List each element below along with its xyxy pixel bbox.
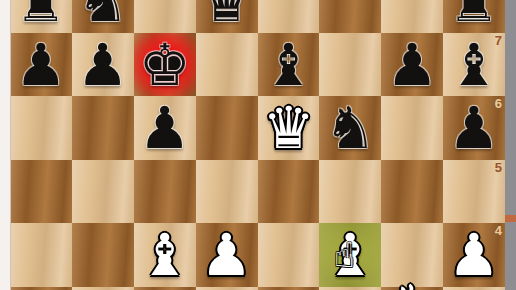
hand-cursor-icon: ☝ bbox=[334, 238, 355, 272]
white-queen[interactable]: ♛ bbox=[262, 99, 314, 157]
square-b6[interactable] bbox=[72, 96, 134, 159]
black-queen[interactable]: ♛ bbox=[201, 0, 253, 30]
black-rook[interactable]: ♜ bbox=[448, 0, 500, 30]
square-a6[interactable] bbox=[10, 96, 72, 159]
video-frame: ♜♞♛♜8♟♟♚♝♟♝7♟♛♞♟65♝♟♝♟4♞321 ☝ bbox=[0, 0, 516, 290]
square-f8[interactable] bbox=[319, 0, 381, 33]
white-pawn[interactable]: ♟ bbox=[201, 226, 253, 284]
square-e7[interactable]: ♝ bbox=[258, 33, 320, 96]
white-bishop[interactable]: ♝ bbox=[139, 226, 191, 284]
square-h6[interactable]: ♟6 bbox=[443, 96, 505, 159]
square-f5[interactable] bbox=[319, 160, 381, 223]
square-a8[interactable]: ♜ bbox=[10, 0, 72, 33]
black-pawn[interactable]: ♟ bbox=[77, 36, 129, 94]
square-c3[interactable] bbox=[134, 287, 196, 290]
square-h3[interactable]: 3 bbox=[443, 287, 505, 290]
right-sidebar bbox=[505, 0, 516, 290]
black-king[interactable]: ♚ bbox=[139, 36, 191, 94]
sidebar-orange-marker bbox=[505, 215, 516, 222]
black-knight[interactable]: ♞ bbox=[324, 99, 376, 157]
square-b7[interactable]: ♟ bbox=[72, 33, 134, 96]
square-c6[interactable]: ♟ bbox=[134, 96, 196, 159]
square-e8[interactable] bbox=[258, 0, 320, 33]
square-d6[interactable] bbox=[196, 96, 258, 159]
chess-board[interactable]: ♜♞♛♜8♟♟♚♝♟♝7♟♛♞♟65♝♟♝♟4♞321 ☝ bbox=[10, 0, 505, 290]
square-h4[interactable]: ♟4 bbox=[443, 223, 505, 286]
square-g7[interactable]: ♟ bbox=[381, 33, 443, 96]
rank-label-7: 7 bbox=[495, 34, 502, 48]
board-grid: ♜♞♛♜8♟♟♚♝♟♝7♟♛♞♟65♝♟♝♟4♞321 bbox=[10, 0, 505, 290]
square-d3[interactable] bbox=[196, 287, 258, 290]
left-gutter bbox=[0, 0, 11, 290]
square-a7[interactable]: ♟ bbox=[10, 33, 72, 96]
square-d5[interactable] bbox=[196, 160, 258, 223]
square-c5[interactable] bbox=[134, 160, 196, 223]
square-f7[interactable] bbox=[319, 33, 381, 96]
rank-label-5: 5 bbox=[495, 161, 502, 175]
square-g3[interactable]: ♞ bbox=[381, 287, 443, 290]
black-pawn[interactable]: ♟ bbox=[448, 99, 500, 157]
square-e3[interactable] bbox=[258, 287, 320, 290]
black-rook[interactable]: ♜ bbox=[15, 0, 67, 30]
square-b3[interactable] bbox=[72, 287, 134, 290]
square-a3[interactable] bbox=[10, 287, 72, 290]
square-h5[interactable]: 5 bbox=[443, 160, 505, 223]
black-bishop[interactable]: ♝ bbox=[448, 36, 500, 94]
square-c4[interactable]: ♝ bbox=[134, 223, 196, 286]
square-e4[interactable] bbox=[258, 223, 320, 286]
square-e6[interactable]: ♛ bbox=[258, 96, 320, 159]
white-knight[interactable]: ♞ bbox=[386, 277, 438, 290]
square-g8[interactable] bbox=[381, 0, 443, 33]
square-f3[interactable] bbox=[319, 287, 381, 290]
rank-label-4: 4 bbox=[495, 224, 502, 238]
black-pawn[interactable]: ♟ bbox=[139, 99, 191, 157]
black-bishop[interactable]: ♝ bbox=[262, 36, 314, 94]
square-c7[interactable]: ♚ bbox=[134, 33, 196, 96]
square-h8[interactable]: ♜8 bbox=[443, 0, 505, 33]
square-h7[interactable]: ♝7 bbox=[443, 33, 505, 96]
rank-label-6: 6 bbox=[495, 97, 502, 111]
square-b5[interactable] bbox=[72, 160, 134, 223]
square-d8[interactable]: ♛ bbox=[196, 0, 258, 33]
square-a4[interactable] bbox=[10, 223, 72, 286]
square-d7[interactable] bbox=[196, 33, 258, 96]
square-g6[interactable] bbox=[381, 96, 443, 159]
black-knight[interactable]: ♞ bbox=[77, 0, 129, 30]
square-b4[interactable] bbox=[72, 223, 134, 286]
square-f6[interactable]: ♞ bbox=[319, 96, 381, 159]
square-g5[interactable] bbox=[381, 160, 443, 223]
black-pawn[interactable]: ♟ bbox=[386, 36, 438, 94]
black-pawn[interactable]: ♟ bbox=[15, 36, 67, 94]
square-e5[interactable] bbox=[258, 160, 320, 223]
white-pawn[interactable]: ♟ bbox=[448, 226, 500, 284]
square-d4[interactable]: ♟ bbox=[196, 223, 258, 286]
square-b8[interactable]: ♞ bbox=[72, 0, 134, 33]
square-a5[interactable] bbox=[10, 160, 72, 223]
square-c8[interactable] bbox=[134, 0, 196, 33]
